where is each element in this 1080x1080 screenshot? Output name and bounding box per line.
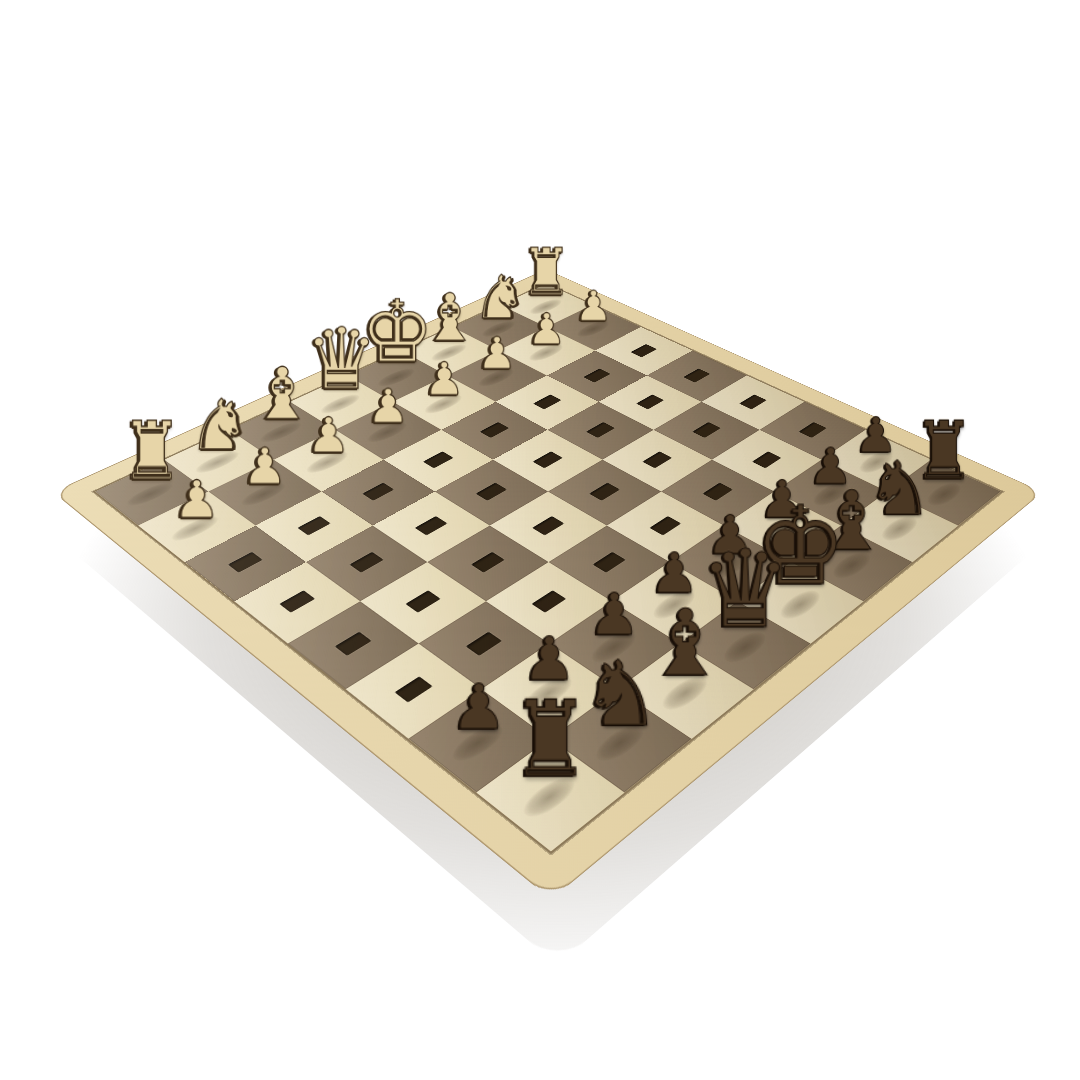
slot-hole [297, 516, 330, 535]
slot-hole [415, 516, 448, 535]
slot-hole [405, 590, 440, 612]
slot-hole [350, 552, 384, 573]
photo-of-wooden-chess-set: ♜♞♝♛♚♝♞♜♟♟♟♟♟♟♟♟♟♟♟♟♟♟♟♟♜♞♝♛♚♝♞♜ [0, 0, 1080, 1080]
slot-hole [532, 516, 564, 535]
slot-hole [471, 552, 505, 573]
black-rook[interactable]: ♜ [446, 688, 655, 793]
square-c4[interactable] [373, 492, 490, 563]
white-pawn[interactable]: ♟ [114, 474, 280, 526]
perspective-scene: ♜♞♝♛♚♝♞♜♟♟♟♟♟♟♟♟♟♟♟♟♟♟♟♟♜♞♝♛♚♝♞♜ [0, 0, 1080, 1080]
slot-hole [279, 590, 315, 612]
chess-board: ♜♞♝♛♚♝♞♜♟♟♟♟♟♟♟♟♟♟♟♟♟♟♟♟♜♞♝♛♚♝♞♜ [53, 269, 1043, 899]
slot-hole [335, 632, 372, 656]
slot-hole [228, 552, 263, 573]
